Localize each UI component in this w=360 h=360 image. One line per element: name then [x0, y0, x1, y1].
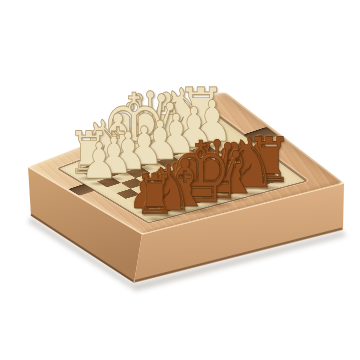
chess-piece-dark-rook: ♜ — [135, 168, 175, 223]
pieces-layer: ♜♞♝♛♚♝♞♜♟♟♟♟♟♟♟♟♟♟♟♟♟♟♟♟♜♞♝♛♚♝♞♜ — [0, 0, 360, 360]
chess-piece-white-pawn: ♟ — [81, 137, 118, 187]
product-photo: ♜♞♝♛♚♝♞♜♟♟♟♟♟♟♟♟♟♟♟♟♟♟♟♟♜♞♝♛♚♝♞♜ — [0, 0, 360, 360]
